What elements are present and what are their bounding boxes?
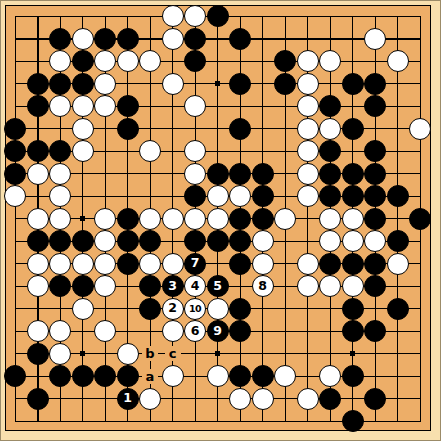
- intersection-6-13: [139, 297, 162, 320]
- intersection-11-11: [251, 252, 274, 275]
- intersection-6-12: [139, 275, 162, 298]
- black-stone: [139, 230, 161, 252]
- intersection-17-6: [386, 140, 409, 163]
- white-stone: [27, 208, 49, 230]
- black-stone: [342, 253, 364, 275]
- intersection-1-15: [26, 342, 49, 365]
- black-stone: [117, 208, 139, 230]
- star-point-icon: [215, 351, 220, 356]
- intersection-16-16: [364, 365, 387, 388]
- intersection-0-3: [4, 72, 27, 95]
- intersection-10-8: [229, 185, 252, 208]
- intersection-10-7: [229, 162, 252, 185]
- white-stone: [297, 73, 319, 95]
- intersection-17-16: [386, 365, 409, 388]
- intersection-12-4: [274, 95, 297, 118]
- intersection-0-12: [4, 275, 27, 298]
- intersection-17-4: [386, 95, 409, 118]
- black-stone: [4, 118, 26, 140]
- white-stone: [49, 343, 71, 365]
- intersection-8-1: [184, 27, 207, 50]
- intersection-5-0: [116, 5, 139, 28]
- intersection-9-7: [206, 162, 229, 185]
- white-stone-move-8: 8: [252, 275, 274, 297]
- intersection-11-12: 8: [251, 275, 274, 298]
- intersection-18-9: [409, 207, 432, 230]
- intersection-14-7: [319, 162, 342, 185]
- intersection-12-14: [274, 320, 297, 343]
- black-stone: [252, 163, 274, 185]
- intersection-14-12: [319, 275, 342, 298]
- intersection-5-4: [116, 95, 139, 118]
- white-stone: [94, 95, 116, 117]
- black-stone: [342, 365, 364, 387]
- white-stone: [49, 320, 71, 342]
- intersection-0-0: [4, 5, 27, 28]
- white-stone: [49, 253, 71, 275]
- intersection-2-9: [49, 207, 72, 230]
- black-stone: [342, 73, 364, 95]
- intersection-18-18: [409, 410, 432, 433]
- intersection-7-0: [161, 5, 184, 28]
- intersection-17-7: [386, 162, 409, 185]
- intersection-8-15: [184, 342, 207, 365]
- black-stone-move-9: 9: [207, 320, 229, 342]
- white-stone: [319, 365, 341, 387]
- intersection-0-1: [4, 27, 27, 50]
- intersection-12-6: [274, 140, 297, 163]
- black-stone: [117, 253, 139, 275]
- intersection-11-5: [251, 117, 274, 140]
- intersection-16-10: [364, 230, 387, 253]
- intersection-9-10: [206, 230, 229, 253]
- black-stone: [342, 410, 364, 432]
- intersection-15-3: [341, 72, 364, 95]
- white-stone: [207, 365, 229, 387]
- black-stone: [72, 365, 94, 387]
- intersection-12-1: [274, 27, 297, 50]
- intersection-9-8: [206, 185, 229, 208]
- black-stone: [207, 230, 229, 252]
- black-stone: [229, 208, 251, 230]
- intersection-3-18: [71, 410, 94, 433]
- intersection-5-6: [116, 140, 139, 163]
- white-stone: [387, 253, 409, 275]
- intersection-1-0: [26, 5, 49, 28]
- intersection-8-11: 7: [184, 252, 207, 275]
- intersection-10-11: [229, 252, 252, 275]
- intersection-11-8: [251, 185, 274, 208]
- black-stone: [364, 320, 386, 342]
- intersection-12-12: [274, 275, 297, 298]
- intersection-3-9: [71, 207, 94, 230]
- black-stone: [387, 230, 409, 252]
- white-stone-move-2: 2: [162, 298, 184, 320]
- intersection-6-3: [139, 72, 162, 95]
- intersection-14-15: [319, 342, 342, 365]
- intersection-12-17: [274, 387, 297, 410]
- intersection-5-12: [116, 275, 139, 298]
- intersection-2-5: [49, 117, 72, 140]
- intersection-11-15: [251, 342, 274, 365]
- intersection-11-7: [251, 162, 274, 185]
- intersection-3-2: [71, 50, 94, 73]
- intersection-10-9: [229, 207, 252, 230]
- intersection-3-14: [71, 320, 94, 343]
- intersection-17-2: [386, 50, 409, 73]
- black-stone: [139, 298, 161, 320]
- intersection-3-1: [71, 27, 94, 50]
- intersection-10-10: [229, 230, 252, 253]
- black-stone: [319, 388, 341, 410]
- black-stone: [364, 163, 386, 185]
- letter-annotation-c: c: [165, 346, 181, 361]
- white-stone: [72, 118, 94, 140]
- white-stone: [117, 343, 139, 365]
- intersection-5-18: [116, 410, 139, 433]
- white-stone-move-6: 6: [184, 320, 206, 342]
- intersection-12-0: [274, 5, 297, 28]
- intersection-6-9: [139, 207, 162, 230]
- intersection-1-1: [26, 27, 49, 50]
- go-diagram: 7345821069bca1: [0, 0, 441, 441]
- white-stone: [297, 50, 319, 72]
- intersection-4-3: [94, 72, 117, 95]
- intersection-1-12: [26, 275, 49, 298]
- intersection-18-2: [409, 50, 432, 73]
- intersection-18-0: [409, 5, 432, 28]
- intersection-16-12: [364, 275, 387, 298]
- intersection-6-18: [139, 410, 162, 433]
- black-stone: [319, 185, 341, 207]
- white-stone: [94, 253, 116, 275]
- black-stone: [229, 73, 251, 95]
- move-number-label: 5: [213, 280, 222, 293]
- intersection-0-10: [4, 230, 27, 253]
- intersection-2-12: [49, 275, 72, 298]
- white-stone: [162, 253, 184, 275]
- intersection-12-9: [274, 207, 297, 230]
- intersection-8-16: [184, 365, 207, 388]
- intersection-4-4: [94, 95, 117, 118]
- intersection-17-11: [386, 252, 409, 275]
- intersection-12-7: [274, 162, 297, 185]
- intersection-15-9: [341, 207, 364, 230]
- go-board: 7345821069bca1: [4, 5, 432, 433]
- black-stone: [4, 140, 26, 162]
- intersection-16-0: [364, 5, 387, 28]
- intersection-14-8: [319, 185, 342, 208]
- intersection-9-3: [206, 72, 229, 95]
- intersection-5-8: [116, 185, 139, 208]
- white-stone: [94, 73, 116, 95]
- move-number-label: 6: [191, 325, 200, 338]
- white-stone: [184, 5, 206, 27]
- intersection-8-7: [184, 162, 207, 185]
- intersection-18-8: [409, 185, 432, 208]
- white-stone: [27, 275, 49, 297]
- black-stone: [27, 230, 49, 252]
- letter-annotation-a: a: [142, 369, 158, 384]
- intersection-7-9: [161, 207, 184, 230]
- intersection-0-17: [4, 387, 27, 410]
- intersection-18-17: [409, 387, 432, 410]
- intersection-5-3: [116, 72, 139, 95]
- intersection-13-0: [296, 5, 319, 28]
- white-stone: [94, 50, 116, 72]
- white-stone: [297, 185, 319, 207]
- intersection-1-6: [26, 140, 49, 163]
- black-stone: [364, 185, 386, 207]
- intersection-6-17: [139, 387, 162, 410]
- intersection-1-11: [26, 252, 49, 275]
- intersection-13-12: [296, 275, 319, 298]
- black-stone: [229, 230, 251, 252]
- intersection-0-6: [4, 140, 27, 163]
- intersection-1-17: [26, 387, 49, 410]
- intersection-0-7: [4, 162, 27, 185]
- intersection-15-18: [341, 410, 364, 433]
- white-stone: [49, 95, 71, 117]
- white-stone: [184, 163, 206, 185]
- move-number-label: 3: [168, 280, 177, 293]
- move-number-label: 2: [168, 302, 177, 315]
- intersection-16-3: [364, 72, 387, 95]
- white-stone: [162, 28, 184, 50]
- intersection-1-4: [26, 95, 49, 118]
- intersection-17-9: [386, 207, 409, 230]
- white-stone-move-10: 10: [184, 298, 206, 320]
- intersection-16-15: [364, 342, 387, 365]
- intersection-15-1: [341, 27, 364, 50]
- black-stone-move-5: 5: [207, 275, 229, 297]
- black-stone: [229, 253, 251, 275]
- star-point-icon: [80, 351, 85, 356]
- intersection-9-16: [206, 365, 229, 388]
- black-stone: [184, 185, 206, 207]
- intersection-11-3: [251, 72, 274, 95]
- intersection-18-5: [409, 117, 432, 140]
- intersection-2-6: [49, 140, 72, 163]
- intersection-16-13: [364, 297, 387, 320]
- intersection-9-18: [206, 410, 229, 433]
- intersection-9-9: [206, 207, 229, 230]
- intersection-15-13: [341, 297, 364, 320]
- white-stone: [72, 253, 94, 275]
- intersection-4-1: [94, 27, 117, 50]
- intersection-14-1: [319, 27, 342, 50]
- intersection-16-8: [364, 185, 387, 208]
- intersection-2-17: [49, 387, 72, 410]
- intersection-8-5: [184, 117, 207, 140]
- intersection-9-11: [206, 252, 229, 275]
- black-stone: [184, 50, 206, 72]
- intersection-14-18: [319, 410, 342, 433]
- intersection-12-16: [274, 365, 297, 388]
- black-stone: [252, 185, 274, 207]
- intersection-14-10: [319, 230, 342, 253]
- intersection-2-4: [49, 95, 72, 118]
- intersection-16-9: [364, 207, 387, 230]
- intersection-10-17: [229, 387, 252, 410]
- black-stone: [27, 343, 49, 365]
- intersection-12-3: [274, 72, 297, 95]
- intersection-17-1: [386, 27, 409, 50]
- intersection-17-17: [386, 387, 409, 410]
- black-stone: [184, 230, 206, 252]
- white-stone: [27, 320, 49, 342]
- black-stone: [229, 163, 251, 185]
- black-stone: [252, 365, 274, 387]
- intersection-8-12: 4: [184, 275, 207, 298]
- intersection-7-7: [161, 162, 184, 185]
- intersection-7-8: [161, 185, 184, 208]
- white-stone: [139, 208, 161, 230]
- intersection-7-11: [161, 252, 184, 275]
- intersection-13-7: [296, 162, 319, 185]
- intersection-18-3: [409, 72, 432, 95]
- star-point-icon: [350, 351, 355, 356]
- intersection-15-16: [341, 365, 364, 388]
- white-stone: [72, 28, 94, 50]
- black-stone: [207, 163, 229, 185]
- intersection-1-13: [26, 297, 49, 320]
- black-stone: [4, 365, 26, 387]
- intersection-8-14: 6: [184, 320, 207, 343]
- white-stone: [72, 298, 94, 320]
- intersection-15-2: [341, 50, 364, 73]
- white-stone: [297, 95, 319, 117]
- intersection-2-1: [49, 27, 72, 50]
- white-stone: [27, 253, 49, 275]
- intersection-3-6: [71, 140, 94, 163]
- white-stone: [252, 230, 274, 252]
- intersection-0-18: [4, 410, 27, 433]
- intersection-15-7: [341, 162, 364, 185]
- white-stone: [319, 118, 341, 140]
- black-stone-move-1: 1: [117, 388, 139, 410]
- intersection-4-0: [94, 5, 117, 28]
- intersection-5-9: [116, 207, 139, 230]
- white-stone: [72, 95, 94, 117]
- intersection-1-3: [26, 72, 49, 95]
- intersection-6-2: [139, 50, 162, 73]
- white-stone: [319, 50, 341, 72]
- intersection-13-11: [296, 252, 319, 275]
- black-stone: [184, 28, 206, 50]
- black-stone: [364, 95, 386, 117]
- intersection-8-3: [184, 72, 207, 95]
- white-stone: [139, 140, 161, 162]
- black-stone: [364, 73, 386, 95]
- white-stone: [94, 208, 116, 230]
- intersection-17-12: [386, 275, 409, 298]
- move-number-label: 9: [213, 325, 222, 338]
- white-stone: [342, 208, 364, 230]
- intersection-3-16: [71, 365, 94, 388]
- intersection-7-15: c: [161, 342, 184, 365]
- white-stone: [252, 253, 274, 275]
- intersection-15-12: [341, 275, 364, 298]
- intersection-10-5: [229, 117, 252, 140]
- intersection-9-14: 9: [206, 320, 229, 343]
- intersection-7-16: [161, 365, 184, 388]
- intersection-13-16: [296, 365, 319, 388]
- intersection-1-2: [26, 50, 49, 73]
- black-stone: [229, 118, 251, 140]
- star-point-icon: [80, 216, 85, 221]
- intersection-4-9: [94, 207, 117, 230]
- intersection-9-15: [206, 342, 229, 365]
- intersection-8-4: [184, 95, 207, 118]
- intersection-7-14: [161, 320, 184, 343]
- white-stone: [162, 5, 184, 27]
- black-stone: [117, 28, 139, 50]
- intersection-3-0: [71, 5, 94, 28]
- intersection-12-8: [274, 185, 297, 208]
- black-stone: [364, 388, 386, 410]
- intersection-0-8: [4, 185, 27, 208]
- intersection-13-10: [296, 230, 319, 253]
- white-stone: [139, 388, 161, 410]
- black-stone: [27, 73, 49, 95]
- black-stone: [117, 95, 139, 117]
- move-number-label: 4: [191, 280, 200, 293]
- intersection-9-6: [206, 140, 229, 163]
- white-stone: [162, 73, 184, 95]
- intersection-13-14: [296, 320, 319, 343]
- intersection-9-17: [206, 387, 229, 410]
- black-stone: [49, 73, 71, 95]
- intersection-4-5: [94, 117, 117, 140]
- intersection-2-14: [49, 320, 72, 343]
- intersection-11-9: [251, 207, 274, 230]
- white-stone: [342, 275, 364, 297]
- intersection-13-6: [296, 140, 319, 163]
- intersection-2-16: [49, 365, 72, 388]
- white-stone: [94, 275, 116, 297]
- intersection-5-5: [116, 117, 139, 140]
- white-stone: [162, 320, 184, 342]
- intersection-10-12: [229, 275, 252, 298]
- intersection-17-13: [386, 297, 409, 320]
- white-stone: [297, 163, 319, 185]
- black-stone-move-7: 7: [184, 253, 206, 275]
- intersection-13-2: [296, 50, 319, 73]
- intersection-4-10: [94, 230, 117, 253]
- intersection-7-1: [161, 27, 184, 50]
- intersection-8-9: [184, 207, 207, 230]
- move-number-label: 8: [258, 280, 267, 293]
- white-stone: [27, 163, 49, 185]
- intersection-12-13: [274, 297, 297, 320]
- intersection-7-6: [161, 140, 184, 163]
- intersection-8-6: [184, 140, 207, 163]
- intersection-5-1: [116, 27, 139, 50]
- black-stone: [72, 230, 94, 252]
- white-stone: [207, 298, 229, 320]
- intersection-8-2: [184, 50, 207, 73]
- intersection-4-14: [94, 320, 117, 343]
- intersection-4-12: [94, 275, 117, 298]
- black-stone: [207, 5, 229, 27]
- intersection-9-12: 5: [206, 275, 229, 298]
- intersection-5-2: [116, 50, 139, 73]
- white-stone: [297, 140, 319, 162]
- intersection-0-4: [4, 95, 27, 118]
- intersection-4-18: [94, 410, 117, 433]
- intersection-11-4: [251, 95, 274, 118]
